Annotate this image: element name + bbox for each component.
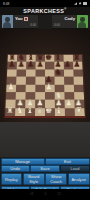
black-pawn-piece[interactable]: ♟ bbox=[72, 60, 81, 68]
trademark-symbol: ® bbox=[64, 8, 66, 11]
black-pawn-piece[interactable]: ♟ bbox=[26, 60, 35, 68]
avatar-body bbox=[78, 22, 86, 28]
wifi-icon bbox=[79, 2, 82, 5]
signal-icon bbox=[74, 2, 77, 5]
player-cody-avatar bbox=[77, 15, 88, 28]
black-pawn-piece[interactable]: ♟ bbox=[63, 60, 72, 68]
title-bar: SPARKCHESS® bbox=[0, 7, 90, 15]
recents-icon[interactable]: □ bbox=[58, 192, 61, 197]
exit-button[interactable]: Exit bbox=[45, 158, 89, 165]
player-cody-clock: 0:00 bbox=[54, 23, 60, 27]
player-you-name: You bbox=[15, 17, 36, 22]
white-bishop-piece[interactable]: ♝ bbox=[54, 106, 64, 114]
player-card-you[interactable]: You 0:00 bbox=[2, 15, 38, 28]
home-icon[interactable]: ○ bbox=[44, 192, 47, 197]
menu-button-grid: ManageExitUndoSaveLoadReplayBoard StyleS… bbox=[0, 157, 90, 189]
white-queen-piece[interactable]: ♛ bbox=[35, 106, 45, 114]
white-pawn-piece[interactable]: ♟ bbox=[6, 83, 16, 91]
black-king-piece[interactable]: ♚ bbox=[44, 53, 53, 61]
back-icon[interactable]: ◁ bbox=[29, 192, 33, 197]
menu-row: UndoSaveLoad bbox=[1, 165, 90, 172]
chess-board[interactable]: ♜♞♝♛♚♝♜♟♟♟♟♟♟♟♞♟♟♟♞♟♟♟♟♟♟♜♞♝♛♚♝♜ bbox=[4, 54, 86, 118]
white-knight-piece[interactable]: ♞ bbox=[54, 90, 64, 98]
replay-button[interactable]: Replay bbox=[1, 173, 23, 185]
table-surface bbox=[0, 122, 90, 157]
board-pieces: ♜♞♝♛♚♝♜♟♟♟♟♟♟♟♞♟♟♟♞♟♟♟♟♟♟♜♞♝♛♚♝♜ bbox=[5, 55, 85, 116]
white-rook-piece[interactable]: ♜ bbox=[5, 106, 15, 114]
manage-button[interactable]: Manage bbox=[1, 158, 45, 165]
status-icons bbox=[74, 2, 87, 5]
menu-row: ManageExit bbox=[1, 158, 90, 165]
white-knight-piece[interactable]: ♞ bbox=[15, 106, 25, 114]
black-pawn-piece[interactable]: ♟ bbox=[17, 60, 26, 68]
app-title: SPARKCHESS® bbox=[23, 8, 66, 14]
white-rook-piece[interactable]: ♜ bbox=[74, 106, 84, 114]
sparkchess-app: 8:48 SPARKCHESS® You 0:00 bbox=[0, 0, 90, 200]
side-indicator-icon bbox=[24, 17, 29, 21]
save-button[interactable]: Save bbox=[30, 165, 59, 172]
players-row: You 0:00 Cody 0:00 bbox=[0, 15, 90, 29]
white-pawn-piece[interactable]: ♟ bbox=[44, 83, 54, 91]
menu-row: ReplayBoard StyleShow CoachAnalyze bbox=[1, 173, 90, 185]
show-coach-button[interactable]: Show Coach bbox=[45, 173, 67, 185]
player-cody-name: Cody bbox=[54, 17, 75, 22]
player-you-clock: 0:00 bbox=[30, 23, 36, 27]
avatar-body bbox=[3, 22, 11, 28]
black-knight-piece[interactable]: ♞ bbox=[54, 68, 63, 76]
battery-icon bbox=[83, 2, 87, 5]
avatar-head bbox=[5, 17, 9, 21]
status-bar: 8:48 bbox=[0, 0, 90, 7]
player-card-cody[interactable]: Cody 0:00 bbox=[52, 15, 88, 28]
black-pawn-piece[interactable]: ♟ bbox=[35, 60, 44, 68]
black-pawn-piece[interactable]: ♟ bbox=[7, 60, 16, 68]
player-cody-info: Cody 0:00 bbox=[52, 15, 77, 28]
analyze-button[interactable]: Analyze bbox=[68, 173, 90, 185]
load-button[interactable]: Load bbox=[60, 165, 89, 172]
white-bishop-piece[interactable]: ♝ bbox=[25, 106, 35, 114]
board-style-button[interactable]: Board Style bbox=[23, 173, 45, 185]
android-nav-bar: ◁ ○ □ bbox=[0, 189, 90, 200]
avatar-head bbox=[80, 17, 84, 21]
undo-button[interactable]: Undo bbox=[1, 165, 30, 172]
white-pawn-piece[interactable]: ♟ bbox=[64, 98, 74, 106]
white-king-piece[interactable]: ♚ bbox=[44, 106, 54, 114]
player-you-info: You 0:00 bbox=[13, 15, 38, 28]
player-you-avatar bbox=[2, 15, 13, 28]
status-time: 8:48 bbox=[3, 2, 9, 6]
board-scene: ♜♞♝♛♚♝♜♟♟♟♟♟♟♟♞♟♟♟♞♟♟♟♟♟♟♜♞♝♛♚♝♜ bbox=[0, 29, 90, 122]
